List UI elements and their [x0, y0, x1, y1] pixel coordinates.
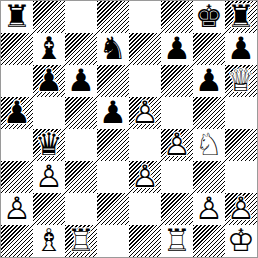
square-d5[interactable]: ♟	[97, 97, 129, 129]
piece-black-bishop[interactable]: ♝	[33, 33, 65, 65]
piece-black-rook[interactable]: ♜	[1, 1, 33, 33]
square-f5[interactable]	[161, 97, 193, 129]
square-b4[interactable]: ♛	[33, 129, 65, 161]
square-h8[interactable]: ♜	[225, 1, 257, 33]
white-queen-glyph: ♕	[225, 64, 257, 96]
square-f1[interactable]: ♜♖	[161, 225, 193, 257]
square-d1[interactable]	[97, 225, 129, 257]
square-f4[interactable]: ♟♙	[161, 129, 193, 161]
piece-white-pawn[interactable]: ♟♙	[1, 193, 33, 225]
piece-black-king[interactable]: ♚	[193, 1, 225, 33]
square-b5[interactable]	[33, 97, 65, 129]
square-e5[interactable]: ♟♙	[129, 97, 161, 129]
square-b2[interactable]	[33, 193, 65, 225]
piece-black-rook[interactable]: ♜	[225, 1, 257, 33]
square-a7[interactable]	[1, 33, 33, 65]
piece-white-rook[interactable]: ♜♖	[161, 225, 193, 257]
square-h2[interactable]: ♟♙	[225, 193, 257, 225]
square-c2[interactable]	[65, 193, 97, 225]
black-bishop-glyph: ♝	[33, 32, 65, 64]
square-d2[interactable]	[97, 193, 129, 225]
square-e8[interactable]	[129, 1, 161, 33]
square-a5[interactable]: ♟	[1, 97, 33, 129]
square-d7[interactable]: ♞	[97, 33, 129, 65]
piece-white-pawn[interactable]: ♟♙	[225, 193, 257, 225]
square-c5[interactable]	[65, 97, 97, 129]
piece-black-pawn[interactable]: ♟	[193, 65, 225, 97]
piece-black-pawn[interactable]: ♟	[65, 65, 97, 97]
square-a2[interactable]: ♟♙	[1, 193, 33, 225]
square-c8[interactable]	[65, 1, 97, 33]
black-pawn-glyph: ♟	[1, 96, 33, 128]
white-pawn-glyph: ♙	[129, 160, 161, 192]
square-d4[interactable]	[97, 129, 129, 161]
square-a6[interactable]	[1, 65, 33, 97]
square-g5[interactable]	[193, 97, 225, 129]
square-f3[interactable]	[161, 161, 193, 193]
white-bishop-glyph: ♗	[33, 224, 65, 256]
piece-white-pawn[interactable]: ♟♙	[161, 129, 193, 161]
square-g8[interactable]: ♚	[193, 1, 225, 33]
black-rook-glyph: ♜	[1, 0, 33, 32]
square-a3[interactable]	[1, 161, 33, 193]
square-d8[interactable]	[97, 1, 129, 33]
square-e2[interactable]	[129, 193, 161, 225]
square-b7[interactable]: ♝	[33, 33, 65, 65]
square-b8[interactable]	[33, 1, 65, 33]
white-pawn-glyph: ♙	[33, 160, 65, 192]
piece-white-pawn[interactable]: ♟♙	[33, 161, 65, 193]
square-e1[interactable]	[129, 225, 161, 257]
square-e3[interactable]: ♟♙	[129, 161, 161, 193]
square-f6[interactable]	[161, 65, 193, 97]
square-f7[interactable]: ♟	[161, 33, 193, 65]
white-knight-glyph: ♘	[193, 128, 225, 160]
square-a8[interactable]: ♜	[1, 1, 33, 33]
square-g6[interactable]: ♟	[193, 65, 225, 97]
square-h1[interactable]: ♚♔	[225, 225, 257, 257]
black-pawn-glyph: ♟	[97, 96, 129, 128]
square-a1[interactable]	[1, 225, 33, 257]
square-e4[interactable]	[129, 129, 161, 161]
white-pawn-glyph: ♙	[1, 192, 33, 224]
square-c1[interactable]: ♜♖	[65, 225, 97, 257]
black-queen-glyph: ♛	[33, 128, 65, 160]
piece-white-knight[interactable]: ♞♘	[193, 129, 225, 161]
piece-black-pawn[interactable]: ♟	[161, 33, 193, 65]
white-pawn-glyph: ♙	[225, 192, 257, 224]
square-b1[interactable]: ♝♗	[33, 225, 65, 257]
white-pawn-glyph: ♙	[193, 192, 225, 224]
white-rook-glyph: ♖	[161, 224, 193, 256]
white-king-glyph: ♔	[225, 224, 257, 256]
piece-white-bishop[interactable]: ♝♗	[33, 225, 65, 257]
square-h6[interactable]: ♛♕	[225, 65, 257, 97]
black-knight-glyph: ♞	[97, 32, 129, 64]
black-pawn-glyph: ♟	[193, 64, 225, 96]
piece-black-pawn[interactable]: ♟	[1, 97, 33, 129]
piece-black-queen[interactable]: ♛	[33, 129, 65, 161]
black-pawn-glyph: ♟	[33, 64, 65, 96]
square-e7[interactable]	[129, 33, 161, 65]
chess-diagram-frame: ♜♚♜♝♞♟♟♟♟♟♛♕♟♟♟♙♛♟♙♞♘♟♙♟♙♟♙♟♙♟♙♝♗♜♖♜♖♚♔	[0, 0, 258, 258]
piece-black-knight[interactable]: ♞	[97, 33, 129, 65]
square-g4[interactable]: ♞♘	[193, 129, 225, 161]
piece-white-pawn[interactable]: ♟♙	[129, 97, 161, 129]
square-c4[interactable]	[65, 129, 97, 161]
square-d3[interactable]	[97, 161, 129, 193]
piece-white-king[interactable]: ♚♔	[225, 225, 257, 257]
black-king-glyph: ♚	[193, 0, 225, 32]
square-d6[interactable]	[97, 65, 129, 97]
square-c6[interactable]: ♟	[65, 65, 97, 97]
square-c7[interactable]	[65, 33, 97, 65]
square-g2[interactable]: ♟♙	[193, 193, 225, 225]
black-pawn-glyph: ♟	[225, 32, 257, 64]
square-c3[interactable]	[65, 161, 97, 193]
square-e6[interactable]	[129, 65, 161, 97]
square-h5[interactable]	[225, 97, 257, 129]
square-h7[interactable]: ♟	[225, 33, 257, 65]
piece-black-pawn[interactable]: ♟	[225, 33, 257, 65]
square-g3[interactable]	[193, 161, 225, 193]
white-pawn-glyph: ♙	[161, 128, 193, 160]
piece-white-rook[interactable]: ♜♖	[65, 225, 97, 257]
square-h3[interactable]	[225, 161, 257, 193]
white-pawn-glyph: ♙	[129, 96, 161, 128]
chess-board: ♜♚♜♝♞♟♟♟♟♟♛♕♟♟♟♙♛♟♙♞♘♟♙♟♙♟♙♟♙♟♙♝♗♜♖♜♖♚♔	[1, 1, 257, 257]
square-f8[interactable]	[161, 1, 193, 33]
square-f2[interactable]	[161, 193, 193, 225]
piece-black-pawn[interactable]: ♟	[33, 65, 65, 97]
square-h4[interactable]	[225, 129, 257, 161]
piece-white-pawn[interactable]: ♟♙	[129, 161, 161, 193]
piece-black-pawn[interactable]: ♟	[97, 97, 129, 129]
square-b3[interactable]: ♟♙	[33, 161, 65, 193]
piece-white-queen[interactable]: ♛♕	[225, 65, 257, 97]
square-b6[interactable]: ♟	[33, 65, 65, 97]
square-g7[interactable]	[193, 33, 225, 65]
piece-white-pawn[interactable]: ♟♙	[193, 193, 225, 225]
black-pawn-glyph: ♟	[65, 64, 97, 96]
square-g1[interactable]	[193, 225, 225, 257]
white-rook-glyph: ♖	[65, 224, 97, 256]
square-a4[interactable]	[1, 129, 33, 161]
black-pawn-glyph: ♟	[161, 32, 193, 64]
black-rook-glyph: ♜	[225, 0, 257, 32]
